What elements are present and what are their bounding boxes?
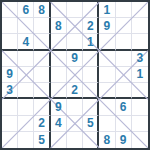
cell-r3c4[interactable] <box>51 34 67 50</box>
given-digit: 1 <box>87 36 94 48</box>
cell-r9c3[interactable]: 5 <box>34 132 50 148</box>
cell-r8c4[interactable]: 4 <box>51 116 67 132</box>
cell-r2c6[interactable]: 2 <box>83 18 99 34</box>
cell-r3c2[interactable]: 4 <box>18 34 34 50</box>
cell-r4c5[interactable]: 9 <box>67 51 83 67</box>
given-digit: 8 <box>55 20 62 32</box>
given-digit: 9 <box>71 52 78 64</box>
cell-r6c7[interactable] <box>99 83 115 99</box>
given-digit: 9 <box>55 101 62 113</box>
cell-r6c6[interactable] <box>83 83 99 99</box>
cell-r8c6[interactable]: 5 <box>83 116 99 132</box>
cell-r5c2[interactable] <box>18 67 34 83</box>
cell-r9c1[interactable] <box>2 132 18 148</box>
cell-r2c9[interactable] <box>132 18 148 34</box>
cell-r5c9[interactable]: 1 <box>132 67 148 83</box>
cell-r1c7[interactable]: 1 <box>99 2 115 18</box>
cell-r2c3[interactable] <box>34 18 50 34</box>
cell-r8c7[interactable] <box>99 116 115 132</box>
cell-r8c2[interactable] <box>18 116 34 132</box>
cell-r7c3[interactable] <box>34 99 50 115</box>
cell-r5c6[interactable] <box>83 67 99 83</box>
given-digit: 5 <box>87 117 94 129</box>
cell-r9c4[interactable] <box>51 132 67 148</box>
cell-r7c6[interactable] <box>83 99 99 115</box>
given-digit: 9 <box>6 68 13 80</box>
cell-r2c1[interactable] <box>2 18 18 34</box>
cell-r3c7[interactable] <box>99 34 115 50</box>
cell-r2c8[interactable] <box>116 18 132 34</box>
cell-r2c2[interactable] <box>18 18 34 34</box>
given-digit: 6 <box>120 101 127 113</box>
cell-r6c2[interactable] <box>18 83 34 99</box>
cell-r3c1[interactable] <box>2 34 18 50</box>
cell-r4c8[interactable] <box>116 51 132 67</box>
cell-r6c3[interactable] <box>34 83 50 99</box>
cell-r8c5[interactable] <box>67 116 83 132</box>
cell-r8c8[interactable] <box>116 116 132 132</box>
cell-r5c8[interactable] <box>116 67 132 83</box>
cell-r4c6[interactable] <box>83 51 99 67</box>
cell-r4c9[interactable]: 3 <box>132 51 148 67</box>
cell-r9c2[interactable] <box>18 132 34 148</box>
cell-r4c7[interactable] <box>99 51 115 67</box>
cell-r5c1[interactable]: 9 <box>2 67 18 83</box>
cell-r7c7[interactable] <box>99 99 115 115</box>
cell-r6c9[interactable] <box>132 83 148 99</box>
cell-r1c5[interactable] <box>67 2 83 18</box>
cell-r6c1[interactable]: 3 <box>2 83 18 99</box>
cell-r9c5[interactable] <box>67 132 83 148</box>
cell-r3c6[interactable]: 1 <box>83 34 99 50</box>
cell-r4c4[interactable] <box>51 51 67 67</box>
cell-r2c7[interactable]: 9 <box>99 18 115 34</box>
given-digit: 3 <box>137 52 144 64</box>
given-digit: 1 <box>137 68 144 80</box>
cell-r8c1[interactable] <box>2 116 18 132</box>
given-digit: 2 <box>87 20 94 32</box>
cell-r4c2[interactable] <box>18 51 34 67</box>
cell-r7c9[interactable] <box>132 99 148 115</box>
cell-r6c5[interactable]: 2 <box>67 83 83 99</box>
cell-r7c4[interactable]: 9 <box>51 99 67 115</box>
cell-r1c8[interactable] <box>116 2 132 18</box>
cell-r6c8[interactable] <box>116 83 132 99</box>
given-digit: 4 <box>22 36 29 48</box>
cell-r7c5[interactable] <box>67 99 83 115</box>
cell-r2c5[interactable] <box>67 18 83 34</box>
cell-r1c6[interactable] <box>83 2 99 18</box>
cell-r3c5[interactable] <box>67 34 83 50</box>
cell-r1c1[interactable] <box>2 2 18 18</box>
cell-r9c9[interactable] <box>132 132 148 148</box>
cell-r9c7[interactable]: 8 <box>99 132 115 148</box>
given-digit: 4 <box>55 117 62 129</box>
cell-r9c6[interactable] <box>83 132 99 148</box>
cell-r3c8[interactable] <box>116 34 132 50</box>
cell-r5c4[interactable] <box>51 67 67 83</box>
cell-r3c9[interactable] <box>132 34 148 50</box>
cell-r6c4[interactable] <box>51 83 67 99</box>
sudoku-grid: 6818294193913296245589 <box>2 2 148 148</box>
given-digit: 8 <box>104 134 111 146</box>
cell-r2c4[interactable]: 8 <box>51 18 67 34</box>
cell-r9c8[interactable]: 9 <box>116 132 132 148</box>
cell-r5c7[interactable] <box>99 67 115 83</box>
cell-r7c8[interactable]: 6 <box>116 99 132 115</box>
given-digit: 8 <box>38 4 45 16</box>
cell-r7c1[interactable] <box>2 99 18 115</box>
sudoku-board: 6818294193913296245589 <box>0 0 150 150</box>
given-digit: 9 <box>104 20 111 32</box>
given-digit: 2 <box>71 84 78 96</box>
cell-r8c3[interactable]: 2 <box>34 116 50 132</box>
cell-r4c3[interactable] <box>34 51 50 67</box>
cell-r5c3[interactable] <box>34 67 50 83</box>
cell-r1c2[interactable]: 6 <box>18 2 34 18</box>
cell-r1c9[interactable] <box>132 2 148 18</box>
given-digit: 9 <box>120 134 127 146</box>
given-digit: 2 <box>38 117 45 129</box>
cell-r7c2[interactable] <box>18 99 34 115</box>
cell-r1c4[interactable] <box>51 2 67 18</box>
given-digit: 1 <box>104 4 111 16</box>
cell-r3c3[interactable] <box>34 34 50 50</box>
given-digit: 6 <box>22 4 29 16</box>
cell-r8c9[interactable] <box>132 116 148 132</box>
given-digit: 5 <box>38 134 45 146</box>
given-digit: 3 <box>6 84 13 96</box>
cell-r5c5[interactable] <box>67 67 83 83</box>
cell-r1c3[interactable]: 8 <box>34 2 50 18</box>
cell-r4c1[interactable] <box>2 51 18 67</box>
